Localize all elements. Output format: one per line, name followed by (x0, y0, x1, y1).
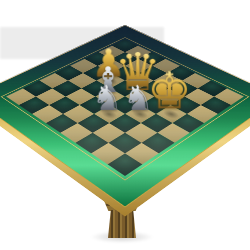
board-scene: ♟♛♚♝♞♞ (0, 0, 250, 250)
product-photo: ♟♛♚♝♞♞ (0, 0, 250, 250)
silver-knight-e3[interactable]: ♞ (91, 81, 122, 116)
chess-board: ♟♛♚♝♞♞ (0, 25, 250, 207)
silver-knight-f4[interactable]: ♞ (123, 81, 154, 116)
